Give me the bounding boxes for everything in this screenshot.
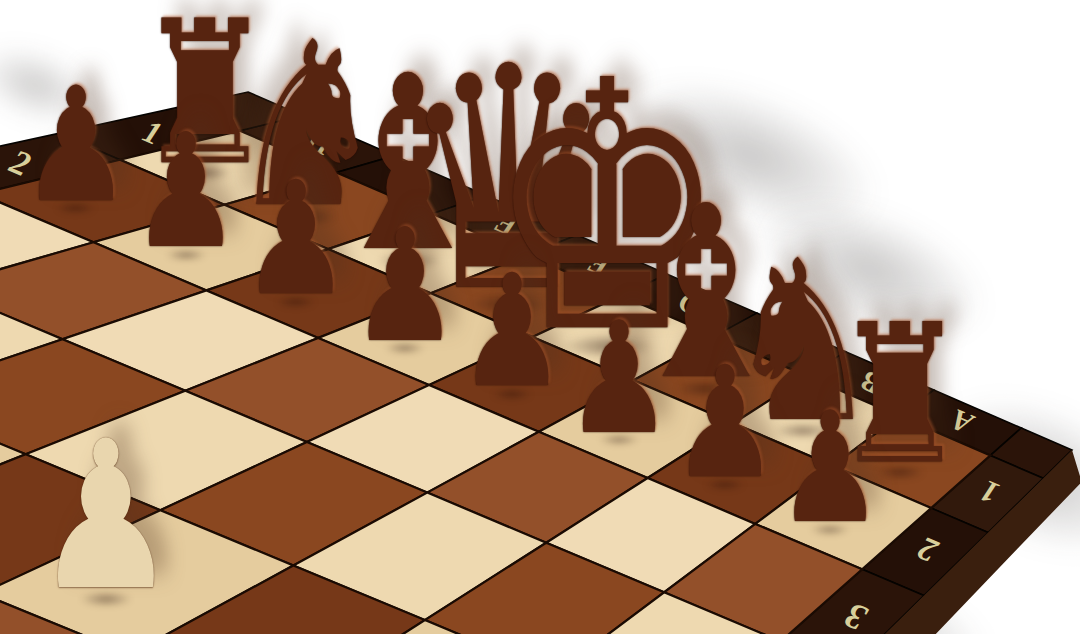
- piece-dark-pawn-c2: ♟: [565, 301, 673, 456]
- piece-dark-pawn-e2: ♟: [350, 208, 459, 364]
- piece-dark-pawn-b2: ♟: [671, 346, 779, 500]
- piece-light-pawn-d5: ♟: [34, 414, 177, 619]
- piece-dark-pawn-a2: ♟: [776, 392, 883, 545]
- piece-dark-pawn-f2: ♟: [241, 161, 351, 318]
- chess-set-photo-scene: HGFEDCBA1122334455667788 ♜♟♞♟♝♟♛♚♟♝♟♞♟♜♟…: [0, 0, 1080, 634]
- piece-dark-pawn-d2: ♟: [458, 254, 567, 409]
- piece-dark-pawn-h2: ♟: [20, 65, 131, 223]
- piece-dark-pawn-g2: ♟: [131, 113, 241, 270]
